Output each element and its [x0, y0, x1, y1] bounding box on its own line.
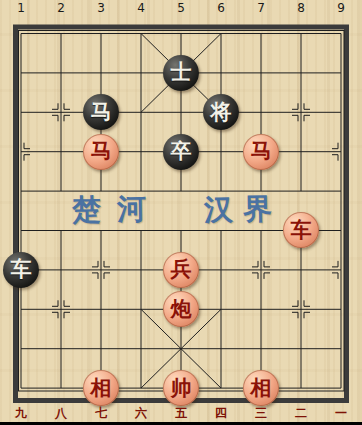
bottom-file-label-8: 二 — [281, 406, 321, 421]
black-chariot[interactable]: 车 — [3, 252, 39, 288]
bottom-file-label-9: 一 — [321, 406, 361, 421]
red-soldier[interactable]: 兵 — [163, 252, 199, 288]
red-elephant[interactable]: 相 — [83, 370, 119, 406]
black-advisor[interactable]: 士 — [163, 55, 199, 91]
xiangqi-board: 123456789 楚河 汉界 士马将马卒马车车兵炮相帅相 九八七六五四三二一 — [0, 0, 362, 425]
red-elephant[interactable]: 相 — [243, 370, 279, 406]
red-horse[interactable]: 马 — [83, 134, 119, 170]
piece-layer: 士马将马卒马车车兵炮相帅相 — [1, 14, 361, 408]
red-chariot[interactable]: 车 — [283, 212, 319, 248]
red-horse[interactable]: 马 — [243, 134, 279, 170]
bottom-file-label-6: 四 — [201, 406, 241, 421]
bottom-file-label-5: 五 — [161, 406, 201, 421]
black-general[interactable]: 将 — [203, 94, 239, 130]
file-labels-bottom: 九八七六五四三二一 — [1, 406, 361, 421]
bottom-file-label-1: 九 — [1, 406, 41, 421]
bottom-file-label-2: 八 — [41, 406, 81, 421]
red-general[interactable]: 帅 — [163, 370, 199, 406]
black-soldier[interactable]: 卒 — [163, 134, 199, 170]
bottom-file-label-3: 七 — [81, 406, 121, 421]
black-horse[interactable]: 马 — [83, 94, 119, 130]
bottom-file-label-7: 三 — [241, 406, 281, 421]
red-cannon[interactable]: 炮 — [163, 291, 199, 327]
bottom-file-label-4: 六 — [121, 406, 161, 421]
